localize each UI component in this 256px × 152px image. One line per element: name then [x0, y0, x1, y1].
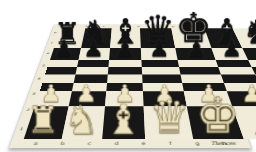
square-d6	[141, 60, 178, 67]
file-label: f	[157, 139, 185, 148]
file-label: g	[183, 139, 212, 148]
white-queen: ♛	[149, 96, 190, 139]
white-bishop: ♝	[105, 99, 142, 139]
black-pawn: ♟	[54, 38, 74, 60]
square-d5	[142, 67, 180, 75]
black-pawn: ♟	[186, 38, 206, 60]
file-labels-bottom: abcdefgh	[21, 139, 239, 148]
square-c6	[108, 60, 141, 67]
file-label: b	[48, 139, 77, 148]
file-label: a	[21, 139, 51, 148]
black-pawn: ♟	[149, 38, 169, 60]
perspective-scene: abcdefgh abcdefgh 87654321 87654321 ♜♞♝♛…	[0, 0, 256, 152]
black-pawn: ♟	[253, 38, 256, 60]
file-label: e	[130, 139, 157, 148]
square-b6	[77, 60, 109, 67]
white-bishop: ♝	[247, 99, 256, 139]
photo-background: abcdefgh abcdefgh 87654321 87654321 ♜♞♝♛…	[0, 0, 256, 152]
square-c5	[108, 67, 142, 75]
white-king: ♚	[196, 92, 240, 139]
square-b1: ♞	[61, 106, 105, 139]
white-knight: ♞	[64, 102, 99, 139]
square-a7: ♟	[50, 48, 81, 60]
black-pawn: ♟	[83, 38, 103, 60]
square-e6	[177, 60, 218, 67]
file-label: c	[75, 139, 103, 148]
brand-logo: Thences	[210, 139, 236, 146]
square-b7: ♟	[78, 48, 110, 60]
chess-board: abcdefgh abcdefgh 87654321 87654321 ♜♞♝♛…	[9, 24, 251, 148]
square-e1: ♚	[186, 106, 243, 139]
square-d1: ♛	[144, 106, 193, 139]
square-c7: ♟	[109, 48, 141, 60]
file-label: d	[103, 139, 130, 148]
square-c1: ♝	[102, 106, 145, 139]
board-grid: ♜♞♝♛♚♝♞♜♟♟♟♟♟♟♟♟♟♟♟♟♟♟♟♟♜♞♝♛♚♝♞♜	[24, 28, 236, 139]
white-rook: ♜	[26, 104, 59, 139]
square-a6	[48, 60, 79, 67]
square-b5	[75, 67, 108, 75]
black-pawn: ♟	[115, 38, 135, 60]
square-f5	[218, 67, 255, 75]
black-pawn: ♟	[222, 38, 242, 60]
square-d7: ♟	[141, 48, 177, 60]
square-a5	[45, 67, 77, 75]
